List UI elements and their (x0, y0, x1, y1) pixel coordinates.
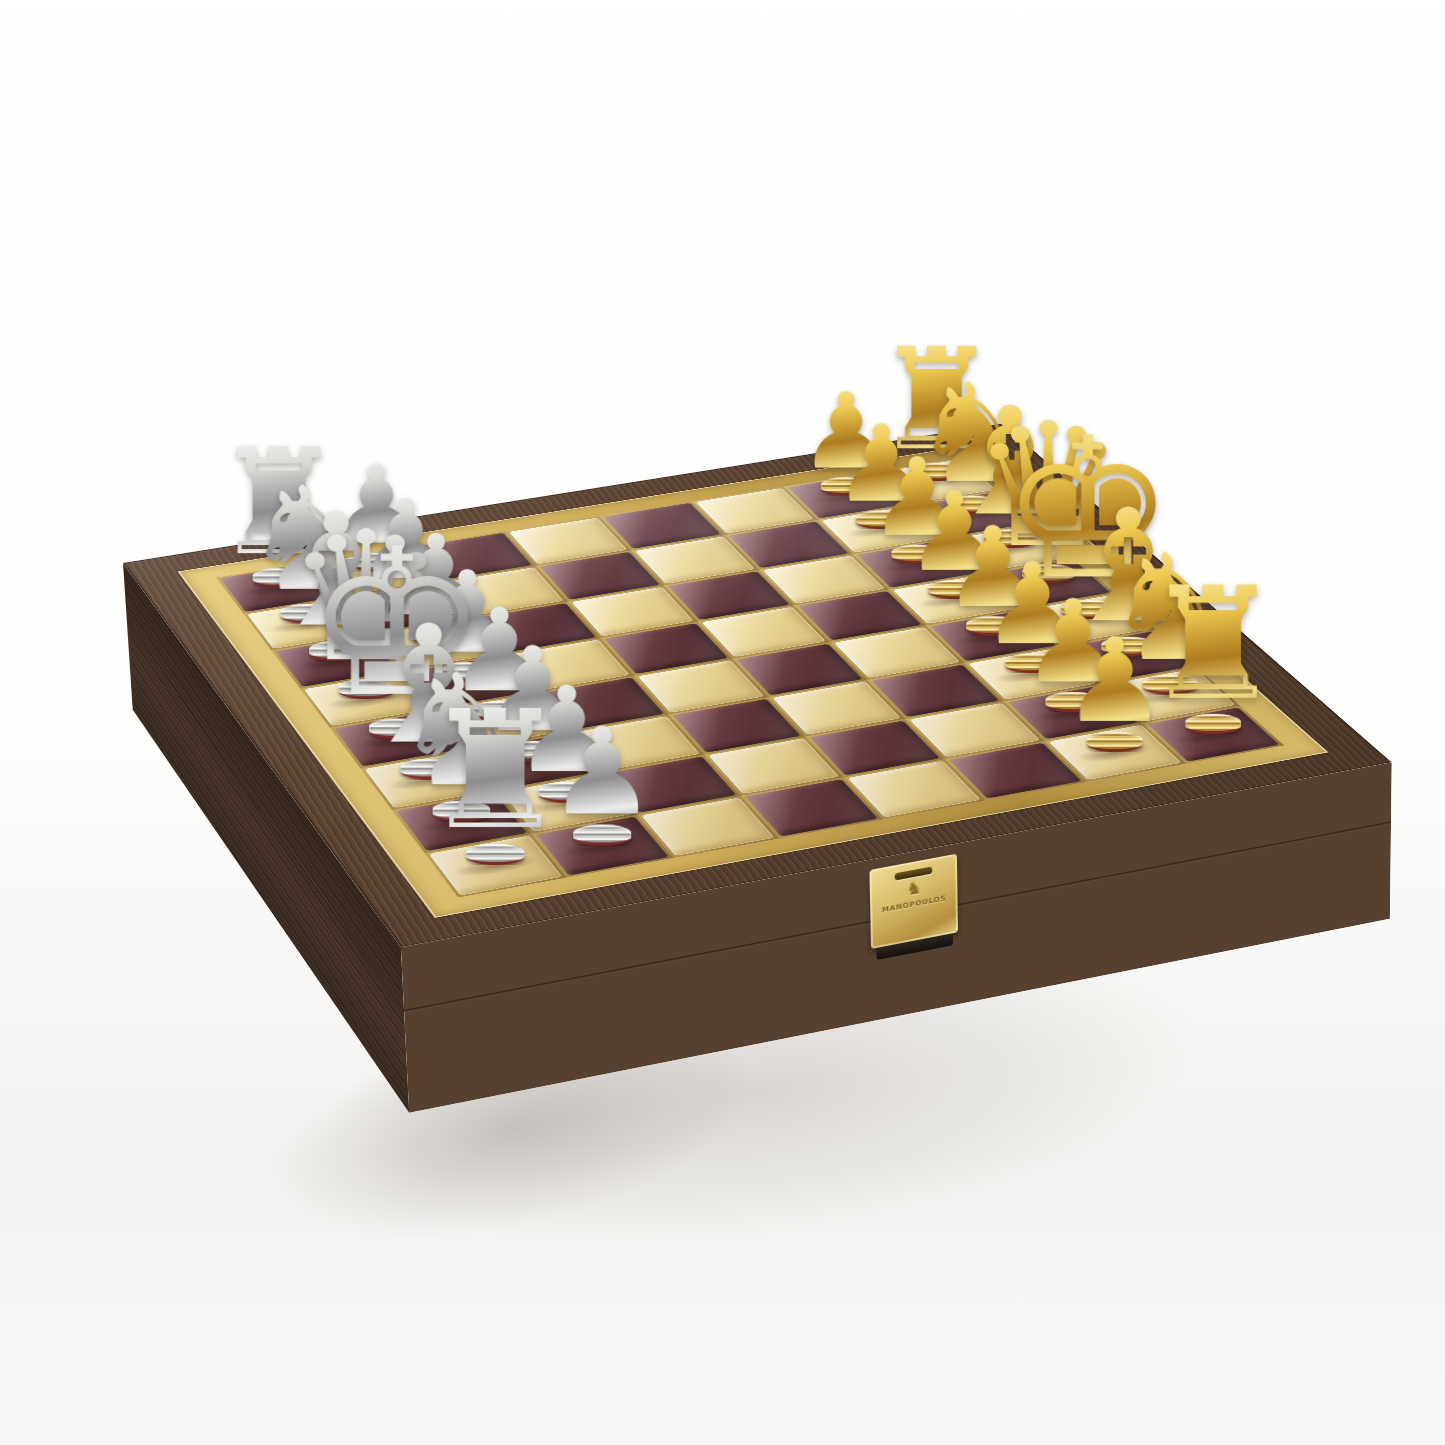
chess-case-3d: ♞ MANOPOULOS ♜♞♝♛♚♝♞♜♟♟♟♟♟♟♟♟♟♟♟♟♟♟♟♟♜♞♝… (123, 424, 1392, 948)
pawn-glyph: ♟ (1063, 623, 1167, 739)
clasp: ♞ MANOPOULOS (869, 854, 958, 949)
clasp-logo-icon: ♞ (906, 879, 922, 899)
clasp-latch-strip (876, 933, 953, 960)
rook-glyph: ♜ (422, 689, 568, 852)
piece-base (1087, 732, 1143, 752)
piece-base (466, 844, 524, 865)
piece-white-rook-h1: ♜ (405, 596, 585, 866)
piece-black-pawn-h7: ♟ (1029, 494, 1201, 753)
product-photo-scene: ♞ MANOPOULOS ♜♞♝♛♚♝♞♜♟♟♟♟♟♟♟♟♟♟♟♟♟♟♟♟♜♞♝… (0, 0, 1445, 1445)
